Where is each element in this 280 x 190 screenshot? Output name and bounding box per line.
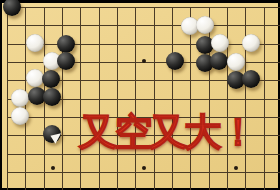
star-point <box>234 166 238 170</box>
white-stone <box>211 34 229 52</box>
go-board-frame: 又空又大！ <box>0 0 280 190</box>
black-stone <box>166 52 184 70</box>
white-stone <box>11 107 29 125</box>
black-stone <box>57 35 75 53</box>
star-point <box>142 166 146 170</box>
black-stone <box>57 52 75 70</box>
black-stone <box>42 70 60 88</box>
go-board: 又空又大！ <box>2 3 278 188</box>
annotation-text: 又空又大！ <box>79 111 254 153</box>
star-point <box>51 166 55 170</box>
white-stone <box>242 34 260 52</box>
star-point <box>142 59 146 63</box>
black-stone <box>210 52 228 70</box>
white-stone <box>196 16 214 34</box>
white-stone <box>227 53 245 71</box>
black-stone <box>242 70 260 88</box>
black-stone-last-move <box>43 125 61 143</box>
white-stone <box>11 89 29 107</box>
black-stone <box>43 88 61 106</box>
white-stone <box>26 34 44 52</box>
